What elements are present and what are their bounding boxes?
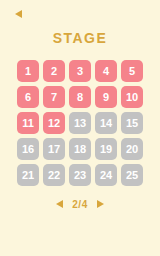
page-title: STAGE	[0, 30, 160, 46]
stage-tile-25[interactable]: 25	[121, 164, 143, 186]
stage-tile-7[interactable]: 7	[43, 86, 65, 108]
stage-tile-15[interactable]: 15	[121, 112, 143, 134]
back-button[interactable]	[15, 8, 27, 20]
stage-tile-12[interactable]: 12	[43, 112, 65, 134]
back-icon	[15, 10, 22, 18]
stage-tile-22[interactable]: 22	[43, 164, 65, 186]
stage-tile-20[interactable]: 20	[121, 138, 143, 160]
stage-select-screen: STAGE 1234567891011121314151617181920212…	[0, 0, 160, 256]
stage-tile-10[interactable]: 10	[121, 86, 143, 108]
stage-tile-14[interactable]: 14	[95, 112, 117, 134]
stage-tile-3[interactable]: 3	[69, 60, 91, 82]
stage-tile-24[interactable]: 24	[95, 164, 117, 186]
stage-tile-19[interactable]: 19	[95, 138, 117, 160]
stage-tile-6[interactable]: 6	[17, 86, 39, 108]
pagination: 2/4	[0, 198, 160, 210]
page-indicator: 2/4	[72, 199, 87, 210]
stage-tile-23[interactable]: 23	[69, 164, 91, 186]
stage-tile-1[interactable]: 1	[17, 60, 39, 82]
stage-tile-8[interactable]: 8	[69, 86, 91, 108]
stage-tile-11[interactable]: 11	[17, 112, 39, 134]
next-page-icon[interactable]	[97, 200, 104, 208]
stage-tile-18[interactable]: 18	[69, 138, 91, 160]
stage-tile-4[interactable]: 4	[95, 60, 117, 82]
stage-grid: 1234567891011121314151617181920212223242…	[17, 60, 143, 186]
stage-tile-17[interactable]: 17	[43, 138, 65, 160]
stage-tile-16[interactable]: 16	[17, 138, 39, 160]
stage-tile-21[interactable]: 21	[17, 164, 39, 186]
stage-tile-2[interactable]: 2	[43, 60, 65, 82]
stage-tile-9[interactable]: 9	[95, 86, 117, 108]
stage-tile-13[interactable]: 13	[69, 112, 91, 134]
stage-tile-5[interactable]: 5	[121, 60, 143, 82]
prev-page-icon[interactable]	[56, 200, 63, 208]
